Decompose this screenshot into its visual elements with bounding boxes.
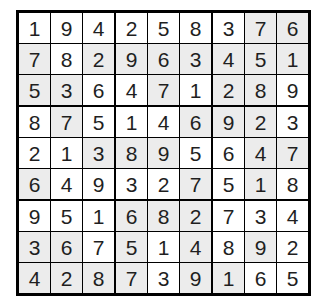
cell-r6c5[interactable]: 2: [148, 169, 179, 199]
cell-r8c9[interactable]: 2: [277, 232, 308, 262]
cell-r8c5[interactable]: 1: [148, 232, 179, 262]
cell-r8c2[interactable]: 6: [51, 232, 82, 262]
cell-r2c7[interactable]: 4: [213, 44, 244, 74]
cell-r3c8[interactable]: 8: [245, 75, 276, 105]
cell-r1c2[interactable]: 9: [51, 13, 82, 43]
cell-r4c4[interactable]: 1: [116, 107, 147, 137]
cell-r7c5[interactable]: 8: [148, 201, 179, 231]
cell-r3c1[interactable]: 5: [19, 75, 50, 105]
box-r2c3: 923647518: [213, 107, 308, 199]
cell-r5c8[interactable]: 4: [245, 138, 276, 168]
cell-r5c4[interactable]: 8: [116, 138, 147, 168]
cell-r5c9[interactable]: 7: [277, 138, 308, 168]
cell-r3c3[interactable]: 6: [83, 75, 114, 105]
cell-r9c2[interactable]: 2: [51, 263, 82, 293]
box-r1c3: 376451289: [213, 13, 308, 105]
cell-r6c4[interactable]: 3: [116, 169, 147, 199]
cell-r4c5[interactable]: 4: [148, 107, 179, 137]
cell-r9c8[interactable]: 6: [245, 263, 276, 293]
cell-r6c6[interactable]: 7: [180, 169, 211, 199]
box-r1c2: 258963471: [116, 13, 211, 105]
cell-r9c3[interactable]: 8: [83, 263, 114, 293]
cell-r3c4[interactable]: 4: [116, 75, 147, 105]
cell-r9c7[interactable]: 1: [213, 263, 244, 293]
cell-r3c5[interactable]: 7: [148, 75, 179, 105]
cell-r3c9[interactable]: 9: [277, 75, 308, 105]
cell-r2c4[interactable]: 9: [116, 44, 147, 74]
cell-r9c5[interactable]: 3: [148, 263, 179, 293]
cell-r9c1[interactable]: 4: [19, 263, 50, 293]
cell-r8c8[interactable]: 9: [245, 232, 276, 262]
cell-r4c7[interactable]: 9: [213, 107, 244, 137]
cell-r2c8[interactable]: 5: [245, 44, 276, 74]
cell-r7c9[interactable]: 4: [277, 201, 308, 231]
cell-r6c8[interactable]: 1: [245, 169, 276, 199]
cell-r5c6[interactable]: 5: [180, 138, 211, 168]
cell-r7c8[interactable]: 3: [245, 201, 276, 231]
cell-r5c3[interactable]: 3: [83, 138, 114, 168]
cell-r7c4[interactable]: 6: [116, 201, 147, 231]
cell-r1c7[interactable]: 3: [213, 13, 244, 43]
cell-r3c2[interactable]: 3: [51, 75, 82, 105]
cell-r5c7[interactable]: 6: [213, 138, 244, 168]
cell-r6c9[interactable]: 8: [277, 169, 308, 199]
cell-r1c9[interactable]: 6: [277, 13, 308, 43]
box-r2c2: 146895327: [116, 107, 211, 199]
cell-r1c5[interactable]: 5: [148, 13, 179, 43]
cell-r2c3[interactable]: 2: [83, 44, 114, 74]
cell-r4c8[interactable]: 2: [245, 107, 276, 137]
box-r1c1: 194782536: [19, 13, 114, 105]
cell-r1c6[interactable]: 8: [180, 13, 211, 43]
cell-r3c6[interactable]: 1: [180, 75, 211, 105]
cell-r9c4[interactable]: 7: [116, 263, 147, 293]
cell-r7c6[interactable]: 2: [180, 201, 211, 231]
box-r3c1: 951367428: [19, 201, 114, 293]
cell-r2c9[interactable]: 1: [277, 44, 308, 74]
cell-r6c1[interactable]: 6: [19, 169, 50, 199]
cell-r5c2[interactable]: 1: [51, 138, 82, 168]
cell-r4c3[interactable]: 5: [83, 107, 114, 137]
cell-r5c1[interactable]: 2: [19, 138, 50, 168]
cell-r2c1[interactable]: 7: [19, 44, 50, 74]
cell-r9c9[interactable]: 5: [277, 263, 308, 293]
cell-r4c6[interactable]: 6: [180, 107, 211, 137]
cell-r8c3[interactable]: 7: [83, 232, 114, 262]
cell-r7c7[interactable]: 7: [213, 201, 244, 231]
cell-r7c3[interactable]: 1: [83, 201, 114, 231]
cell-r1c1[interactable]: 1: [19, 13, 50, 43]
cell-r4c1[interactable]: 8: [19, 107, 50, 137]
cell-r8c7[interactable]: 8: [213, 232, 244, 262]
cell-r1c8[interactable]: 7: [245, 13, 276, 43]
cell-r9c6[interactable]: 9: [180, 263, 211, 293]
sudoku-board: 1947825362589634713764512898752136491468…: [16, 10, 311, 296]
cell-r6c7[interactable]: 5: [213, 169, 244, 199]
box-r2c1: 875213649: [19, 107, 114, 199]
box-r3c2: 682514739: [116, 201, 211, 293]
cell-r7c2[interactable]: 5: [51, 201, 82, 231]
cell-r8c6[interactable]: 4: [180, 232, 211, 262]
cell-r1c4[interactable]: 2: [116, 13, 147, 43]
cell-r3c7[interactable]: 2: [213, 75, 244, 105]
cell-r6c3[interactable]: 9: [83, 169, 114, 199]
box-r3c3: 734892165: [213, 201, 308, 293]
cell-r5c5[interactable]: 9: [148, 138, 179, 168]
cell-r6c2[interactable]: 4: [51, 169, 82, 199]
cell-r7c1[interactable]: 9: [19, 201, 50, 231]
cell-r1c3[interactable]: 4: [83, 13, 114, 43]
cell-r8c4[interactable]: 5: [116, 232, 147, 262]
cell-r4c2[interactable]: 7: [51, 107, 82, 137]
cell-r2c5[interactable]: 6: [148, 44, 179, 74]
cell-r4c9[interactable]: 3: [277, 107, 308, 137]
cell-r8c1[interactable]: 3: [19, 232, 50, 262]
cell-r2c2[interactable]: 8: [51, 44, 82, 74]
cell-r2c6[interactable]: 3: [180, 44, 211, 74]
